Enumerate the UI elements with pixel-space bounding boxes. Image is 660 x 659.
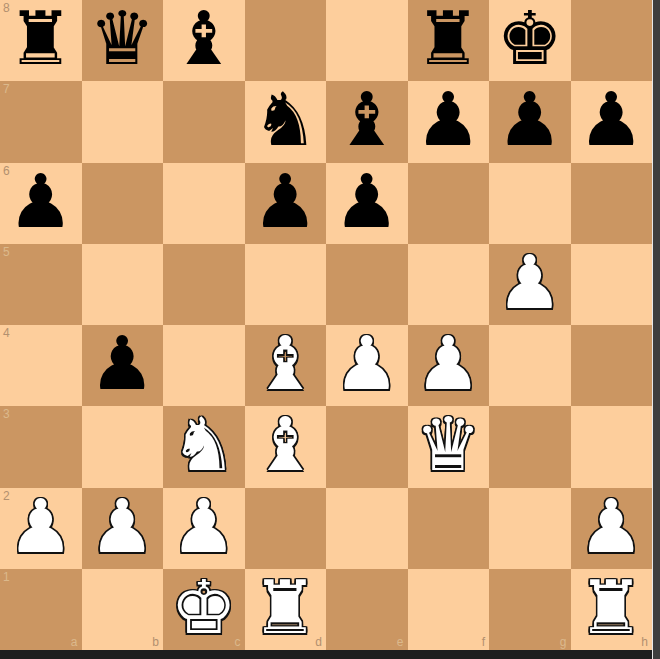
square-b2[interactable]: ♟ [82,488,164,569]
square-e2[interactable] [326,488,408,569]
rank-label-5: 5 [3,246,10,258]
file-label-g: g [560,636,567,648]
square-a2[interactable]: 2♟ [0,488,82,569]
square-c3[interactable]: ♞ [163,406,245,487]
square-h8[interactable] [571,0,653,81]
square-f4[interactable]: ♟ [408,325,490,406]
square-g2[interactable] [489,488,571,569]
square-h2[interactable]: ♟ [571,488,653,569]
rank-label-7: 7 [3,83,10,95]
piece-black-rook[interactable]: ♜ [8,0,74,79]
square-b3[interactable] [82,406,164,487]
square-d7[interactable]: ♞ [245,81,327,162]
square-h7[interactable]: ♟ [571,81,653,162]
piece-white-pawn[interactable]: ♟ [497,242,563,323]
square-c2[interactable]: ♟ [163,488,245,569]
square-d6[interactable]: ♟ [245,163,327,244]
square-h3[interactable] [571,406,653,487]
file-label-a: a [71,636,78,648]
square-c6[interactable] [163,163,245,244]
piece-white-bishop[interactable]: ♝ [252,323,318,404]
piece-black-pawn[interactable]: ♟ [497,79,563,160]
piece-black-king[interactable]: ♚ [497,0,563,79]
piece-white-pawn[interactable]: ♟ [415,323,481,404]
square-g3[interactable] [489,406,571,487]
square-g1[interactable]: g [489,569,571,650]
square-e7[interactable]: ♝ [326,81,408,162]
square-c5[interactable] [163,244,245,325]
square-e8[interactable] [326,0,408,81]
piece-black-bishop[interactable]: ♝ [334,79,400,160]
square-f5[interactable] [408,244,490,325]
square-a4[interactable]: 4 [0,325,82,406]
square-e4[interactable]: ♟ [326,325,408,406]
piece-white-pawn[interactable]: ♟ [578,486,644,567]
piece-black-pawn[interactable]: ♟ [8,161,74,242]
square-f6[interactable] [408,163,490,244]
piece-black-pawn[interactable]: ♟ [334,161,400,242]
piece-black-queen[interactable]: ♛ [89,0,155,79]
board-bottom-edge [0,650,652,659]
square-b1[interactable]: b [82,569,164,650]
square-f2[interactable] [408,488,490,569]
square-d5[interactable] [245,244,327,325]
square-f1[interactable]: f [408,569,490,650]
square-d2[interactable] [245,488,327,569]
square-a3[interactable]: 3 [0,406,82,487]
piece-black-pawn[interactable]: ♟ [89,323,155,404]
square-c4[interactable] [163,325,245,406]
piece-black-knight[interactable]: ♞ [252,79,318,160]
piece-black-rook[interactable]: ♜ [415,0,481,79]
square-b8[interactable]: ♛ [82,0,164,81]
square-a6[interactable]: 6♟ [0,163,82,244]
piece-white-knight[interactable]: ♞ [171,404,237,485]
square-h1[interactable]: h♜ [571,569,653,650]
piece-white-pawn[interactable]: ♟ [171,486,237,567]
square-f3[interactable]: ♛ [408,406,490,487]
square-c1[interactable]: c♚ [163,569,245,650]
piece-black-bishop[interactable]: ♝ [171,0,237,79]
square-b5[interactable] [82,244,164,325]
piece-white-pawn[interactable]: ♟ [8,486,74,567]
square-c8[interactable]: ♝ [163,0,245,81]
rank-label-3: 3 [3,408,10,420]
square-g8[interactable]: ♚ [489,0,571,81]
chess-board-container: 8♜♛♝♜♚7♞♝♟♟♟6♟♟♟5♟4♟♝♟♟3♞♝♛2♟♟♟♟1abc♚d♜e… [0,0,660,659]
square-g6[interactable] [489,163,571,244]
square-e3[interactable] [326,406,408,487]
chess-board: 8♜♛♝♜♚7♞♝♟♟♟6♟♟♟5♟4♟♝♟♟3♞♝♛2♟♟♟♟1abc♚d♜e… [0,0,652,650]
square-a5[interactable]: 5 [0,244,82,325]
square-e6[interactable]: ♟ [326,163,408,244]
square-d1[interactable]: d♜ [245,569,327,650]
rank-label-4: 4 [3,327,10,339]
piece-black-pawn[interactable]: ♟ [252,161,318,242]
square-b4[interactable]: ♟ [82,325,164,406]
piece-white-king[interactable]: ♚ [171,567,237,648]
square-b7[interactable] [82,81,164,162]
square-a1[interactable]: 1a [0,569,82,650]
square-d8[interactable] [245,0,327,81]
piece-black-pawn[interactable]: ♟ [578,79,644,160]
square-g4[interactable] [489,325,571,406]
square-b6[interactable] [82,163,164,244]
piece-white-pawn[interactable]: ♟ [89,486,155,567]
piece-white-rook[interactable]: ♜ [578,567,644,648]
piece-white-queen[interactable]: ♛ [415,404,481,485]
file-label-b: b [152,636,159,648]
file-label-f: f [482,636,485,648]
square-e1[interactable]: e [326,569,408,650]
square-a8[interactable]: 8♜ [0,0,82,81]
piece-white-pawn[interactable]: ♟ [334,323,400,404]
piece-white-bishop[interactable]: ♝ [252,404,318,485]
square-h5[interactable] [571,244,653,325]
square-d3[interactable]: ♝ [245,406,327,487]
piece-black-pawn[interactable]: ♟ [415,79,481,160]
square-e5[interactable] [326,244,408,325]
square-g7[interactable]: ♟ [489,81,571,162]
square-c7[interactable] [163,81,245,162]
square-f7[interactable]: ♟ [408,81,490,162]
square-g5[interactable]: ♟ [489,244,571,325]
board-right-edge [652,0,660,659]
square-f8[interactable]: ♜ [408,0,490,81]
square-h6[interactable] [571,163,653,244]
square-a7[interactable]: 7 [0,81,82,162]
file-label-e: e [397,636,404,648]
square-h4[interactable] [571,325,653,406]
square-d4[interactable]: ♝ [245,325,327,406]
piece-white-rook[interactable]: ♜ [252,567,318,648]
rank-label-1: 1 [3,571,10,583]
